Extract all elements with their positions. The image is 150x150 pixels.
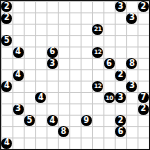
clue-circle: 2 bbox=[1, 13, 12, 24]
clue-circle: 12 bbox=[92, 47, 103, 58]
clue-circle: 3 bbox=[47, 58, 58, 69]
clue-circle: 6 bbox=[115, 126, 126, 137]
clue-circle: 2 bbox=[138, 104, 149, 115]
clue-circle: 21 bbox=[92, 24, 103, 35]
clue-circle: 3 bbox=[115, 1, 126, 12]
clue-circle: 6 bbox=[104, 58, 115, 69]
clue-circle: 4 bbox=[47, 115, 58, 126]
clue-circle: 4 bbox=[13, 70, 24, 81]
clue-circle: 6 bbox=[47, 47, 58, 58]
clue-circle: 4 bbox=[1, 138, 12, 149]
clue-circle: 2 bbox=[115, 115, 126, 126]
clue-circle: 5 bbox=[1, 35, 12, 46]
clue-circle: 2 bbox=[1, 1, 12, 12]
clue-circle: 7 bbox=[138, 92, 149, 103]
clue-circle: 3 bbox=[126, 81, 137, 92]
shikaku-board[interactable]: 23223215461236842412341037325492864 bbox=[0, 0, 150, 150]
puzzle-screenshot: 23223215461236842412341037325492864 bbox=[0, 0, 150, 150]
clue-circle: 5 bbox=[24, 115, 35, 126]
clue-circle: 4 bbox=[13, 47, 24, 58]
clue-circle: 4 bbox=[35, 92, 46, 103]
clue-circle: 2 bbox=[138, 1, 149, 12]
clue-circle: 12 bbox=[92, 81, 103, 92]
clue-circle: 3 bbox=[115, 92, 126, 103]
clue-circle: 10 bbox=[104, 92, 115, 103]
clue-circle: 4 bbox=[1, 81, 12, 92]
clue-circle: 2 bbox=[115, 70, 126, 81]
clue-circle: 8 bbox=[126, 58, 137, 69]
clue-circle: 8 bbox=[58, 126, 69, 137]
clue-circle: 3 bbox=[13, 104, 24, 115]
clue-circle: 9 bbox=[81, 115, 92, 126]
clue-circle: 3 bbox=[126, 13, 137, 24]
